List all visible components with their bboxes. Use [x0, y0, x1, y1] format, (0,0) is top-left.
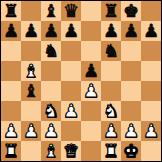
- black-pawn[interactable]: ♟: [63, 21, 79, 41]
- square-b7[interactable]: ♟: [21, 21, 41, 41]
- black-knight[interactable]: ♞: [103, 41, 119, 61]
- square-g2[interactable]: ♟: [121, 121, 141, 141]
- square-a7[interactable]: ♟: [1, 21, 21, 41]
- square-g7[interactable]: ♟: [121, 21, 141, 41]
- black-rook[interactable]: ♜: [103, 1, 119, 21]
- square-b5[interactable]: ♝: [21, 61, 41, 81]
- square-c4[interactable]: [41, 81, 61, 101]
- chess-board: ♜♝♛♜♚♟♟♟♟♟♟♟♞♞♝♟♝♟♞♟♞♟♟♟♟♟♟♜♝♛♜♚: [1, 1, 161, 161]
- square-e3[interactable]: [81, 101, 101, 121]
- black-pawn[interactable]: ♟: [83, 61, 99, 81]
- square-h6[interactable]: [141, 41, 161, 61]
- square-g1[interactable]: ♚: [121, 141, 141, 161]
- square-d6[interactable]: [61, 41, 81, 61]
- square-f8[interactable]: ♜: [101, 1, 121, 21]
- black-bishop[interactable]: ♝: [43, 1, 59, 21]
- white-pawn[interactable]: ♟: [123, 121, 139, 141]
- square-c8[interactable]: ♝: [41, 1, 61, 21]
- white-king[interactable]: ♚: [123, 141, 139, 161]
- white-rook[interactable]: ♜: [3, 141, 19, 161]
- square-b8[interactable]: [21, 1, 41, 21]
- square-f1[interactable]: ♜: [101, 141, 121, 161]
- square-a5[interactable]: [1, 61, 21, 81]
- square-h7[interactable]: ♟: [141, 21, 161, 41]
- square-a8[interactable]: ♜: [1, 1, 21, 21]
- square-c3[interactable]: ♞: [41, 101, 61, 121]
- chess-board-frame: ♜♝♛♜♚♟♟♟♟♟♟♟♞♞♝♟♝♟♞♟♞♟♟♟♟♟♟♜♝♛♜♚: [0, 0, 162, 162]
- black-bishop[interactable]: ♝: [23, 81, 39, 101]
- white-bishop[interactable]: ♝: [23, 61, 39, 81]
- square-c2[interactable]: ♟: [41, 121, 61, 141]
- white-rook[interactable]: ♜: [103, 141, 119, 161]
- white-pawn[interactable]: ♟: [63, 101, 79, 121]
- black-pawn[interactable]: ♟: [43, 21, 59, 41]
- white-knight[interactable]: ♞: [43, 101, 59, 121]
- black-pawn[interactable]: ♟: [143, 21, 159, 41]
- square-h5[interactable]: [141, 61, 161, 81]
- black-rook[interactable]: ♜: [3, 1, 19, 21]
- black-knight[interactable]: ♞: [43, 41, 59, 61]
- square-h1[interactable]: [141, 141, 161, 161]
- black-pawn[interactable]: ♟: [103, 21, 119, 41]
- square-h8[interactable]: [141, 1, 161, 21]
- square-e8[interactable]: [81, 1, 101, 21]
- black-pawn[interactable]: ♟: [23, 21, 39, 41]
- white-queen[interactable]: ♛: [63, 141, 79, 161]
- square-h3[interactable]: [141, 101, 161, 121]
- white-pawn[interactable]: ♟: [43, 121, 59, 141]
- square-h2[interactable]: ♟: [141, 121, 161, 141]
- square-d2[interactable]: [61, 121, 81, 141]
- black-king[interactable]: ♚: [123, 1, 139, 21]
- square-b2[interactable]: ♟: [21, 121, 41, 141]
- square-b1[interactable]: [21, 141, 41, 161]
- square-d3[interactable]: ♟: [61, 101, 81, 121]
- black-queen[interactable]: ♛: [63, 1, 79, 21]
- square-e2[interactable]: [81, 121, 101, 141]
- square-a6[interactable]: [1, 41, 21, 61]
- square-a3[interactable]: [1, 101, 21, 121]
- square-e1[interactable]: [81, 141, 101, 161]
- square-f2[interactable]: ♟: [101, 121, 121, 141]
- square-e4[interactable]: ♟: [81, 81, 101, 101]
- white-pawn[interactable]: ♟: [83, 81, 99, 101]
- square-f3[interactable]: ♞: [101, 101, 121, 121]
- square-a1[interactable]: ♜: [1, 141, 21, 161]
- square-d8[interactable]: ♛: [61, 1, 81, 21]
- square-g6[interactable]: [121, 41, 141, 61]
- square-g3[interactable]: [121, 101, 141, 121]
- square-c1[interactable]: ♝: [41, 141, 61, 161]
- square-e7[interactable]: [81, 21, 101, 41]
- square-e5[interactable]: ♟: [81, 61, 101, 81]
- square-f5[interactable]: [101, 61, 121, 81]
- square-c7[interactable]: ♟: [41, 21, 61, 41]
- square-a2[interactable]: ♟: [1, 121, 21, 141]
- white-pawn[interactable]: ♟: [3, 121, 19, 141]
- square-h4[interactable]: [141, 81, 161, 101]
- square-d7[interactable]: ♟: [61, 21, 81, 41]
- square-c5[interactable]: [41, 61, 61, 81]
- square-c6[interactable]: ♞: [41, 41, 61, 61]
- square-g5[interactable]: [121, 61, 141, 81]
- square-d4[interactable]: [61, 81, 81, 101]
- square-e6[interactable]: [81, 41, 101, 61]
- black-pawn[interactable]: ♟: [3, 21, 19, 41]
- square-a4[interactable]: [1, 81, 21, 101]
- white-pawn[interactable]: ♟: [143, 121, 159, 141]
- square-g8[interactable]: ♚: [121, 1, 141, 21]
- black-pawn[interactable]: ♟: [123, 21, 139, 41]
- white-knight[interactable]: ♞: [103, 101, 119, 121]
- white-bishop[interactable]: ♝: [43, 141, 59, 161]
- square-f7[interactable]: ♟: [101, 21, 121, 41]
- square-b3[interactable]: [21, 101, 41, 121]
- square-f6[interactable]: ♞: [101, 41, 121, 61]
- white-pawn[interactable]: ♟: [103, 121, 119, 141]
- square-d5[interactable]: [61, 61, 81, 81]
- square-b4[interactable]: ♝: [21, 81, 41, 101]
- white-pawn[interactable]: ♟: [23, 121, 39, 141]
- square-b6[interactable]: [21, 41, 41, 61]
- square-f4[interactable]: [101, 81, 121, 101]
- square-g4[interactable]: [121, 81, 141, 101]
- square-d1[interactable]: ♛: [61, 141, 81, 161]
